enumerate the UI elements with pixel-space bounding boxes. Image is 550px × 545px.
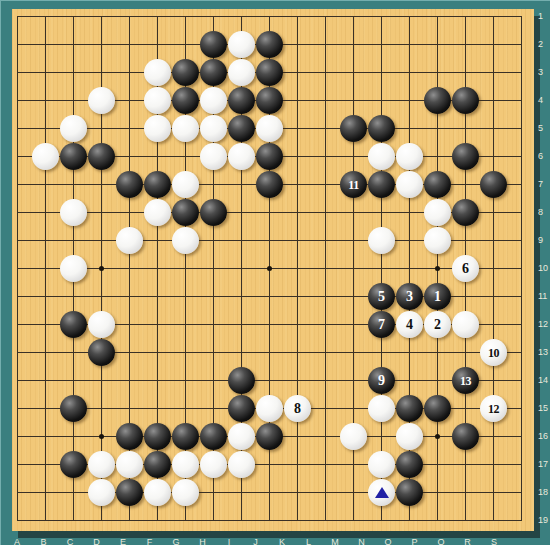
row-label-13: 13 [538,347,550,357]
move-number-label: 5 [378,289,385,303]
stone-q12-white[interactable] [452,311,479,338]
column-label-f: F [143,537,157,545]
stone-p9-white[interactable] [424,227,451,254]
stone-i15-black[interactable] [228,395,255,422]
stone-m16-white[interactable] [340,423,367,450]
stone-f17-black[interactable] [144,451,171,478]
stone-q14-black[interactable]: 13 [452,367,479,394]
stone-g9-white[interactable] [172,227,199,254]
row-label-7: 7 [538,179,550,189]
stone-n12-black[interactable]: 7 [368,311,395,338]
grid-line-horizontal [17,380,522,381]
stone-j3-black[interactable] [256,59,283,86]
grid-line-vertical [381,16,382,521]
stone-d13-black[interactable] [88,339,115,366]
stone-i2-white[interactable] [228,31,255,58]
stone-p4-black[interactable] [424,87,451,114]
stone-d12-white[interactable] [88,311,115,338]
stone-j7-black[interactable] [256,171,283,198]
stone-i5-black[interactable] [228,115,255,142]
column-label-d: D [90,537,104,545]
stone-i16-white[interactable] [228,423,255,450]
move-number-label: 8 [294,401,301,415]
move-number-label: 3 [406,289,413,303]
stone-n7-black[interactable] [368,171,395,198]
grid-line-vertical [493,16,494,521]
row-label-17: 17 [538,459,550,469]
column-label-i: I [222,537,236,545]
stone-g8-black[interactable] [172,199,199,226]
stone-g4-black[interactable] [172,87,199,114]
stone-q4-black[interactable] [452,87,479,114]
stone-o12-white[interactable]: 4 [396,311,423,338]
column-label-o: O [381,537,395,545]
stone-e9-white[interactable] [116,227,143,254]
stone-h2-black[interactable] [200,31,227,58]
stone-n6-white[interactable] [368,143,395,170]
row-label-12: 12 [538,319,550,329]
stone-i14-black[interactable] [228,367,255,394]
stone-j5-white[interactable] [256,115,283,142]
stone-f8-white[interactable] [144,199,171,226]
move-number-label: 2 [434,317,441,331]
row-label-5: 5 [538,123,550,133]
triangle-marker-icon [375,487,389,498]
row-label-14: 14 [538,375,550,385]
stone-h4-white[interactable] [200,87,227,114]
stone-j2-black[interactable] [256,31,283,58]
stone-o11-black[interactable]: 3 [396,283,423,310]
row-label-19: 19 [538,515,550,525]
grid-line-horizontal [17,520,522,521]
stone-e7-black[interactable] [116,171,143,198]
stone-n18-white[interactable] [368,479,395,506]
column-label-s: S [487,537,501,545]
stone-h3-black[interactable] [200,59,227,86]
column-label-h: H [196,537,210,545]
column-label-a: A [10,537,24,545]
stone-j6-black[interactable] [256,143,283,170]
row-label-3: 3 [538,67,550,77]
column-label-j: J [249,537,263,545]
star-point-p16 [435,434,440,439]
stone-b6-white[interactable] [32,143,59,170]
stone-c12-black[interactable] [60,311,87,338]
stone-h17-white[interactable] [200,451,227,478]
stone-n9-white[interactable] [368,227,395,254]
stone-c6-black[interactable] [60,143,87,170]
star-point-j10 [267,266,272,271]
stone-m5-black[interactable] [340,115,367,142]
stone-i6-white[interactable] [228,143,255,170]
move-number-label: 1 [434,289,441,303]
stone-g16-black[interactable] [172,423,199,450]
stone-o15-black[interactable] [396,395,423,422]
stone-i3-white[interactable] [228,59,255,86]
move-number-label: 7 [378,317,385,331]
stone-o18-black[interactable] [396,479,423,506]
stone-i4-black[interactable] [228,87,255,114]
grid-line-vertical [297,16,298,521]
stone-h16-black[interactable] [200,423,227,450]
stone-p15-black[interactable] [424,395,451,422]
column-label-b: B [37,537,51,545]
stone-q16-black[interactable] [452,423,479,450]
move-number-label: 6 [462,261,469,275]
go-board[interactable]: 11653174210913812 [12,9,534,531]
stone-q10-white[interactable]: 6 [452,255,479,282]
stone-i17-white[interactable] [228,451,255,478]
star-point-d16 [99,434,104,439]
column-label-c: C [63,537,77,545]
stone-c17-black[interactable] [60,451,87,478]
move-number-label: 12 [488,402,499,414]
column-label-n: N [355,537,369,545]
stone-n17-white[interactable] [368,451,395,478]
stone-r7-black[interactable] [480,171,507,198]
stone-c10-white[interactable] [60,255,87,282]
move-number-label: 13 [460,374,471,386]
row-label-2: 2 [538,39,550,49]
stone-j15-white[interactable] [256,395,283,422]
stone-g3-black[interactable] [172,59,199,86]
stone-r13-white[interactable]: 10 [480,339,507,366]
stone-g17-white[interactable] [172,451,199,478]
row-label-8: 8 [538,207,550,217]
grid-line-vertical [325,16,326,521]
column-label-l: L [302,537,316,545]
stone-p12-white[interactable]: 2 [424,311,451,338]
grid-line-vertical [521,16,522,521]
stone-p11-black[interactable]: 1 [424,283,451,310]
row-label-9: 9 [538,235,550,245]
row-label-1: 1 [538,11,550,21]
row-label-4: 4 [538,95,550,105]
stone-p7-black[interactable] [424,171,451,198]
stone-d18-white[interactable] [88,479,115,506]
row-label-10: 10 [538,263,550,273]
stone-f4-white[interactable] [144,87,171,114]
stone-n11-black[interactable]: 5 [368,283,395,310]
stone-r15-white[interactable]: 12 [480,395,507,422]
column-label-m: M [328,537,342,545]
stone-h8-black[interactable] [200,199,227,226]
stone-c15-black[interactable] [60,395,87,422]
stone-g5-white[interactable] [172,115,199,142]
star-point-p10 [435,266,440,271]
stone-c8-white[interactable] [60,199,87,226]
stone-f16-black[interactable] [144,423,171,450]
stone-q6-black[interactable] [452,143,479,170]
row-label-18: 18 [538,487,550,497]
move-number-label: 11 [348,178,358,190]
stone-e17-white[interactable] [116,451,143,478]
stone-c5-white[interactable] [60,115,87,142]
star-point-d10 [99,266,104,271]
stone-m7-black[interactable]: 11 [340,171,367,198]
column-label-e: E [116,537,130,545]
go-app-window: 11653174210913812 ABCDEFGHIJKLMNOPQRS 12… [0,0,550,545]
stone-p8-white[interactable] [424,199,451,226]
stone-g7-white[interactable] [172,171,199,198]
row-label-15: 15 [538,403,550,413]
stone-n15-white[interactable] [368,395,395,422]
move-number-label: 4 [406,317,413,331]
stone-f5-white[interactable] [144,115,171,142]
stone-f18-white[interactable] [144,479,171,506]
stone-o16-white[interactable] [396,423,423,450]
stone-e18-black[interactable] [116,479,143,506]
column-label-q: Q [434,537,448,545]
stone-h6-white[interactable] [200,143,227,170]
stone-o7-white[interactable] [396,171,423,198]
stone-n5-black[interactable] [368,115,395,142]
stone-f7-black[interactable] [144,171,171,198]
stone-q8-black[interactable] [452,199,479,226]
column-label-g: G [169,537,183,545]
stone-e16-black[interactable] [116,423,143,450]
stone-o17-black[interactable] [396,451,423,478]
stone-f3-white[interactable] [144,59,171,86]
stone-d4-white[interactable] [88,87,115,114]
stone-o6-white[interactable] [396,143,423,170]
stone-h5-white[interactable] [200,115,227,142]
stone-d6-black[interactable] [88,143,115,170]
column-label-r: R [461,537,475,545]
stone-n14-black[interactable]: 9 [368,367,395,394]
stone-g18-white[interactable] [172,479,199,506]
stone-j4-black[interactable] [256,87,283,114]
move-number-label: 9 [378,373,385,387]
move-number-label: 10 [488,346,499,358]
row-label-6: 6 [538,151,550,161]
column-label-p: P [408,537,422,545]
row-label-16: 16 [538,431,550,441]
stone-d17-white[interactable] [88,451,115,478]
column-label-k: K [275,537,289,545]
stone-k15-white[interactable]: 8 [284,395,311,422]
row-label-11: 11 [538,291,550,301]
stone-j16-black[interactable] [256,423,283,450]
